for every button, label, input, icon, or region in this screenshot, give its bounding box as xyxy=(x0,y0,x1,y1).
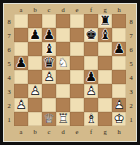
rank-label-right-2: 2 xyxy=(126,98,136,112)
file-label-bottom-f: f xyxy=(84,126,98,141)
rank-label-right-1: 1 xyxy=(126,112,136,126)
square-c6[interactable]: ♝ xyxy=(42,42,56,56)
square-b3[interactable]: ♟♙ xyxy=(28,84,42,98)
square-f1[interactable]: ♝♗ xyxy=(84,112,98,126)
square-f8[interactable] xyxy=(84,14,98,28)
square-e4[interactable] xyxy=(70,70,84,84)
rank-label-right-8: 8 xyxy=(126,14,136,28)
piece-black-pawn: ♟ xyxy=(42,28,56,42)
piece-black-queen: ♛ xyxy=(42,56,56,70)
square-g1[interactable] xyxy=(98,112,112,126)
square-d5[interactable]: ♞♘ xyxy=(56,56,70,70)
rank-label-left-1: 1 xyxy=(4,112,14,126)
file-label-top-d: d xyxy=(56,4,70,14)
piece-white-rook: ♜♖ xyxy=(56,112,70,126)
square-a8[interactable] xyxy=(14,14,28,28)
square-a1[interactable] xyxy=(14,112,28,126)
square-c2[interactable] xyxy=(42,98,56,112)
square-g8[interactable]: ♜ xyxy=(98,14,112,28)
square-g6[interactable] xyxy=(98,42,112,56)
square-f5[interactable] xyxy=(84,56,98,70)
rank-label-left-8: 8 xyxy=(4,14,14,28)
square-c4[interactable]: ♟♙ xyxy=(42,70,56,84)
square-c1[interactable]: ♛♕ xyxy=(42,112,56,126)
square-a5[interactable]: ♟ xyxy=(14,56,28,70)
piece-black-pawn: ♟ xyxy=(112,42,126,56)
corner-top-left xyxy=(4,4,14,14)
rank-label-right-6: 6 xyxy=(126,42,136,56)
file-label-top-h: h xyxy=(112,4,126,14)
file-label-bottom-d: d xyxy=(56,126,70,141)
rank-label-left-6: 6 xyxy=(4,42,14,56)
square-d6[interactable] xyxy=(56,42,70,56)
piece-black-pawn: ♟ xyxy=(84,70,98,84)
rank-label-left-3: 3 xyxy=(4,84,14,98)
square-h6[interactable]: ♟ xyxy=(112,42,126,56)
piece-black-pawn: ♟ xyxy=(14,56,28,70)
square-d4[interactable] xyxy=(56,70,70,84)
square-c3[interactable] xyxy=(42,84,56,98)
file-label-bottom-h: h xyxy=(112,126,126,141)
square-d7[interactable] xyxy=(56,28,70,42)
square-g5[interactable] xyxy=(98,56,112,70)
rank-label-right-4: 4 xyxy=(126,70,136,84)
piece-white-pawn: ♟♙ xyxy=(14,98,28,112)
square-b4[interactable] xyxy=(28,70,42,84)
square-a6[interactable] xyxy=(14,42,28,56)
square-a7[interactable] xyxy=(14,28,28,42)
square-h4[interactable] xyxy=(112,70,126,84)
square-c5[interactable]: ♛ xyxy=(42,56,56,70)
square-d8[interactable] xyxy=(56,14,70,28)
square-e6[interactable] xyxy=(70,42,84,56)
piece-white-queen: ♛♕ xyxy=(42,112,56,126)
rank-label-right-5: 5 xyxy=(126,56,136,70)
file-label-bottom-b: b xyxy=(28,126,42,141)
square-e1[interactable] xyxy=(70,112,84,126)
square-c8[interactable] xyxy=(42,14,56,28)
square-h3[interactable] xyxy=(112,84,126,98)
file-label-top-a: a xyxy=(14,4,28,14)
square-b6[interactable] xyxy=(28,42,42,56)
square-h8[interactable] xyxy=(112,14,126,28)
file-label-top-b: b xyxy=(28,4,42,14)
square-h1[interactable]: ♚♔ xyxy=(112,112,126,126)
file-label-bottom-c: c xyxy=(42,126,56,141)
rank-label-right-3: 3 xyxy=(126,84,136,98)
chess-board-frame: abcdefgh8♜87♟♟♚♝76♝♟65♟♛♞♘54♟♙♟43♟♙♟♙32♟… xyxy=(0,0,140,145)
square-h5[interactable] xyxy=(112,56,126,70)
square-h7[interactable] xyxy=(112,28,126,42)
file-label-top-c: c xyxy=(42,4,56,14)
square-d2[interactable] xyxy=(56,98,70,112)
piece-black-bishop: ♝ xyxy=(98,28,112,42)
piece-white-pawn: ♟♙ xyxy=(112,98,126,112)
square-e3[interactable] xyxy=(70,84,84,98)
square-h2[interactable]: ♟♙ xyxy=(112,98,126,112)
piece-black-king: ♚ xyxy=(84,28,98,42)
square-a4[interactable] xyxy=(14,70,28,84)
square-f2[interactable] xyxy=(84,98,98,112)
square-d1[interactable]: ♜♖ xyxy=(56,112,70,126)
file-label-bottom-e: e xyxy=(70,126,84,141)
square-g3[interactable] xyxy=(98,84,112,98)
piece-black-rook: ♜ xyxy=(98,14,112,28)
square-a2[interactable]: ♟♙ xyxy=(14,98,28,112)
piece-white-pawn: ♟♙ xyxy=(28,84,42,98)
square-a3[interactable] xyxy=(14,84,28,98)
piece-white-knight: ♞♘ xyxy=(56,56,70,70)
file-label-top-f: f xyxy=(84,4,98,14)
square-g4[interactable] xyxy=(98,70,112,84)
file-label-bottom-g: g xyxy=(98,126,112,141)
square-f6[interactable] xyxy=(84,42,98,56)
corner-bottom-right xyxy=(126,126,136,141)
file-label-top-e: e xyxy=(70,4,84,14)
square-e5[interactable] xyxy=(70,56,84,70)
square-e8[interactable] xyxy=(70,14,84,28)
rank-label-right-7: 7 xyxy=(126,28,136,42)
square-f7[interactable]: ♚ xyxy=(84,28,98,42)
square-e7[interactable] xyxy=(70,28,84,42)
corner-top-right xyxy=(126,4,136,14)
piece-white-bishop: ♝♗ xyxy=(84,112,98,126)
piece-black-pawn: ♟ xyxy=(28,28,42,42)
square-b8[interactable] xyxy=(28,14,42,28)
square-f3[interactable]: ♟♙ xyxy=(84,84,98,98)
square-f4[interactable]: ♟ xyxy=(84,70,98,84)
file-label-bottom-a: a xyxy=(14,126,28,141)
square-b7[interactable]: ♟ xyxy=(28,28,42,42)
piece-white-pawn: ♟♙ xyxy=(42,70,56,84)
square-g2[interactable] xyxy=(98,98,112,112)
square-b5[interactable] xyxy=(28,56,42,70)
rank-label-left-2: 2 xyxy=(4,98,14,112)
piece-white-king: ♚♔ xyxy=(112,112,126,126)
rank-label-left-5: 5 xyxy=(4,56,14,70)
piece-white-pawn: ♟♙ xyxy=(84,84,98,98)
piece-black-bishop: ♝ xyxy=(42,42,56,56)
square-b1[interactable] xyxy=(28,112,42,126)
rank-label-left-7: 7 xyxy=(4,28,14,42)
square-e2[interactable] xyxy=(70,98,84,112)
square-g7[interactable]: ♝ xyxy=(98,28,112,42)
rank-label-left-4: 4 xyxy=(4,70,14,84)
corner-bottom-left xyxy=(4,126,14,141)
square-c7[interactable]: ♟ xyxy=(42,28,56,42)
square-b2[interactable] xyxy=(28,98,42,112)
square-d3[interactable] xyxy=(56,84,70,98)
chess-board: abcdefgh8♜87♟♟♚♝76♝♟65♟♛♞♘54♟♙♟43♟♙♟♙32♟… xyxy=(3,3,137,142)
